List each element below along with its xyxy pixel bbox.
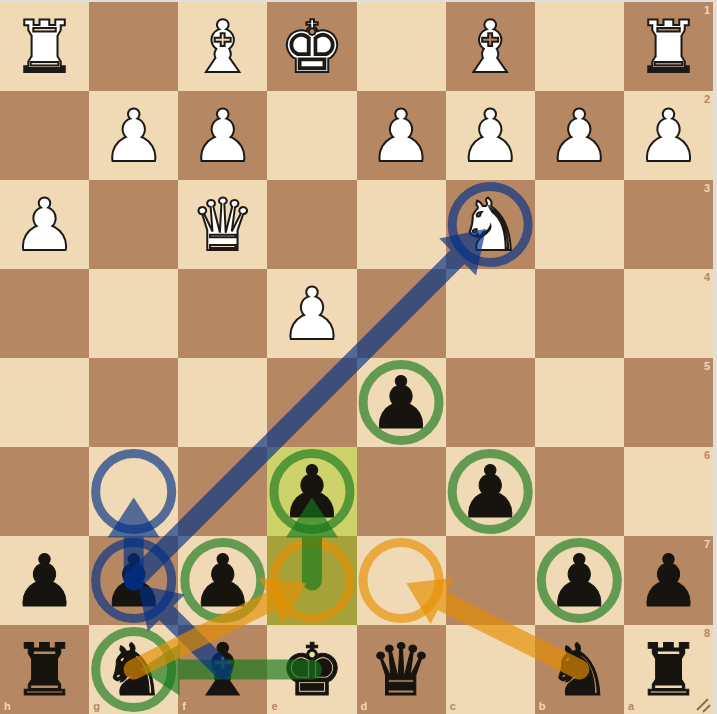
square-d2[interactable]: ♟ xyxy=(357,91,446,180)
square-h6[interactable] xyxy=(0,447,89,536)
piece-white-pawn[interactable]: ♟ xyxy=(178,91,267,180)
square-b5[interactable] xyxy=(535,358,624,447)
piece-black-knight[interactable]: ♞ xyxy=(89,625,178,714)
piece-white-bishop[interactable]: ♝ xyxy=(178,2,267,91)
file-label-d: d xyxy=(361,700,368,712)
square-g4[interactable] xyxy=(89,269,178,358)
square-a4[interactable]: 4 xyxy=(624,269,713,358)
chess-board: ♜♝♚♝♜1♟♟♟♟♟♟2♟♛♞3♟4♟5♟♟6♟♟♟♟♟7♜h♞g♝f♚e♛d… xyxy=(0,2,713,714)
rank-label-1: 1 xyxy=(704,4,710,16)
rank-label-8: 8 xyxy=(704,627,710,639)
square-g7[interactable]: ♟ xyxy=(89,536,178,625)
square-a2[interactable]: ♟2 xyxy=(624,91,713,180)
piece-black-pawn[interactable]: ♟ xyxy=(446,447,535,536)
square-c4[interactable] xyxy=(446,269,535,358)
file-label-a: a xyxy=(628,700,634,712)
piece-white-queen[interactable]: ♛ xyxy=(178,180,267,269)
square-a1[interactable]: ♜1 xyxy=(624,2,713,91)
square-h4[interactable] xyxy=(0,269,89,358)
rank-label-5: 5 xyxy=(704,360,710,372)
piece-black-pawn[interactable]: ♟ xyxy=(89,536,178,625)
piece-white-rook[interactable]: ♜ xyxy=(624,2,713,91)
square-d3[interactable] xyxy=(357,180,446,269)
square-b1[interactable] xyxy=(535,2,624,91)
square-c1[interactable]: ♝ xyxy=(446,2,535,91)
square-f8[interactable]: ♝f xyxy=(178,625,267,714)
square-h1[interactable]: ♜ xyxy=(0,2,89,91)
square-f6[interactable] xyxy=(178,447,267,536)
rank-label-3: 3 xyxy=(704,182,710,194)
piece-black-pawn[interactable]: ♟ xyxy=(535,536,624,625)
square-b6[interactable] xyxy=(535,447,624,536)
square-e6[interactable]: ♟ xyxy=(267,447,356,536)
square-b8[interactable]: ♞b xyxy=(535,625,624,714)
square-h5[interactable] xyxy=(0,358,89,447)
piece-black-rook[interactable]: ♜ xyxy=(0,625,89,714)
square-f2[interactable]: ♟ xyxy=(178,91,267,180)
square-g2[interactable]: ♟ xyxy=(89,91,178,180)
square-b7[interactable]: ♟ xyxy=(535,536,624,625)
file-label-c: c xyxy=(450,700,456,712)
square-h7[interactable]: ♟ xyxy=(0,536,89,625)
piece-black-knight[interactable]: ♞ xyxy=(535,625,624,714)
file-label-h: h xyxy=(4,700,11,712)
piece-white-pawn[interactable]: ♟ xyxy=(267,269,356,358)
square-a7[interactable]: ♟7 xyxy=(624,536,713,625)
square-d6[interactable] xyxy=(357,447,446,536)
piece-white-bishop[interactable]: ♝ xyxy=(446,2,535,91)
piece-white-pawn[interactable]: ♟ xyxy=(89,91,178,180)
square-e5[interactable] xyxy=(267,358,356,447)
square-d5[interactable]: ♟ xyxy=(357,358,446,447)
square-g6[interactable] xyxy=(89,447,178,536)
square-b3[interactable] xyxy=(535,180,624,269)
square-a5[interactable]: 5 xyxy=(624,358,713,447)
piece-white-pawn[interactable]: ♟ xyxy=(357,91,446,180)
square-a6[interactable]: 6 xyxy=(624,447,713,536)
square-h8[interactable]: ♜h xyxy=(0,625,89,714)
rank-label-6: 6 xyxy=(704,449,710,461)
square-h3[interactable]: ♟ xyxy=(0,180,89,269)
piece-black-rook[interactable]: ♜ xyxy=(624,625,713,714)
piece-black-pawn[interactable]: ♟ xyxy=(178,536,267,625)
piece-white-pawn[interactable]: ♟ xyxy=(624,91,713,180)
square-c8[interactable]: c xyxy=(446,625,535,714)
square-e2[interactable] xyxy=(267,91,356,180)
square-c3[interactable]: ♞ xyxy=(446,180,535,269)
square-e1[interactable]: ♚ xyxy=(267,2,356,91)
square-f4[interactable] xyxy=(178,269,267,358)
square-c6[interactable]: ♟ xyxy=(446,447,535,536)
piece-white-knight[interactable]: ♞ xyxy=(446,180,535,269)
file-label-b: b xyxy=(539,700,546,712)
square-g5[interactable] xyxy=(89,358,178,447)
square-e3[interactable] xyxy=(267,180,356,269)
square-d7[interactable] xyxy=(357,536,446,625)
piece-white-pawn[interactable]: ♟ xyxy=(0,180,89,269)
piece-white-pawn[interactable]: ♟ xyxy=(535,91,624,180)
square-f3[interactable]: ♛ xyxy=(178,180,267,269)
piece-black-pawn[interactable]: ♟ xyxy=(0,536,89,625)
piece-black-pawn[interactable]: ♟ xyxy=(624,536,713,625)
file-label-f: f xyxy=(182,700,186,712)
square-h2[interactable] xyxy=(0,91,89,180)
square-d4[interactable] xyxy=(357,269,446,358)
piece-black-bishop[interactable]: ♝ xyxy=(178,625,267,714)
piece-white-king[interactable]: ♚ xyxy=(267,2,356,91)
rank-label-7: 7 xyxy=(704,538,710,550)
piece-black-pawn[interactable]: ♟ xyxy=(267,447,356,536)
square-f7[interactable]: ♟ xyxy=(178,536,267,625)
square-b4[interactable] xyxy=(535,269,624,358)
piece-black-pawn[interactable]: ♟ xyxy=(357,358,446,447)
square-g8[interactable]: ♞g xyxy=(89,625,178,714)
square-e8[interactable]: ♚e xyxy=(267,625,356,714)
square-c7[interactable] xyxy=(446,536,535,625)
square-c5[interactable] xyxy=(446,358,535,447)
square-e4[interactable]: ♟ xyxy=(267,269,356,358)
square-f1[interactable]: ♝ xyxy=(178,2,267,91)
piece-white-rook[interactable]: ♜ xyxy=(0,2,89,91)
square-g3[interactable] xyxy=(89,180,178,269)
piece-black-king[interactable]: ♚ xyxy=(267,625,356,714)
square-b2[interactable]: ♟ xyxy=(535,91,624,180)
piece-black-queen[interactable]: ♛ xyxy=(357,625,446,714)
square-g1[interactable] xyxy=(89,2,178,91)
square-a3[interactable]: 3 xyxy=(624,180,713,269)
square-c2[interactable]: ♟ xyxy=(446,91,535,180)
file-label-g: g xyxy=(93,700,100,712)
square-d1[interactable] xyxy=(357,2,446,91)
file-label-e: e xyxy=(271,700,277,712)
square-e7[interactable] xyxy=(267,536,356,625)
rank-label-4: 4 xyxy=(704,271,710,283)
rank-label-2: 2 xyxy=(704,93,710,105)
square-a8[interactable]: ♜a8 xyxy=(624,625,713,714)
square-d8[interactable]: ♛d xyxy=(357,625,446,714)
board-squares: ♜♝♚♝♜1♟♟♟♟♟♟2♟♛♞3♟4♟5♟♟6♟♟♟♟♟7♜h♞g♝f♚e♛d… xyxy=(0,2,713,714)
piece-white-pawn[interactable]: ♟ xyxy=(446,91,535,180)
square-f5[interactable] xyxy=(178,358,267,447)
